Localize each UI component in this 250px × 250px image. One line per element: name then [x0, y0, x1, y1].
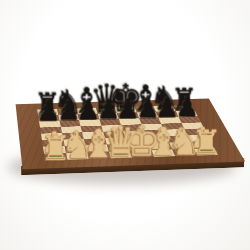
chess-set-photo: ♜♞♝♛♚♝♞♜♟♟♟♟♟♟♟♟♟♟♟♟♟♟♟♟♜♞♝♛♚♝♞♜ — [0, 0, 250, 250]
square-a1: ♜ — [44, 153, 67, 161]
chess-board: ♜♞♝♛♚♝♞♜♟♟♟♟♟♟♟♟♟♟♟♟♟♟♟♟♜♞♝♛♚♝♞♜ — [16, 98, 246, 169]
chess-board-grid: ♜♞♝♛♚♝♞♜♟♟♟♟♟♟♟♟♟♟♟♟♟♟♟♟♜♞♝♛♚♝♞♜ — [37, 105, 218, 161]
white-rook: ♜ — [30, 131, 81, 165]
